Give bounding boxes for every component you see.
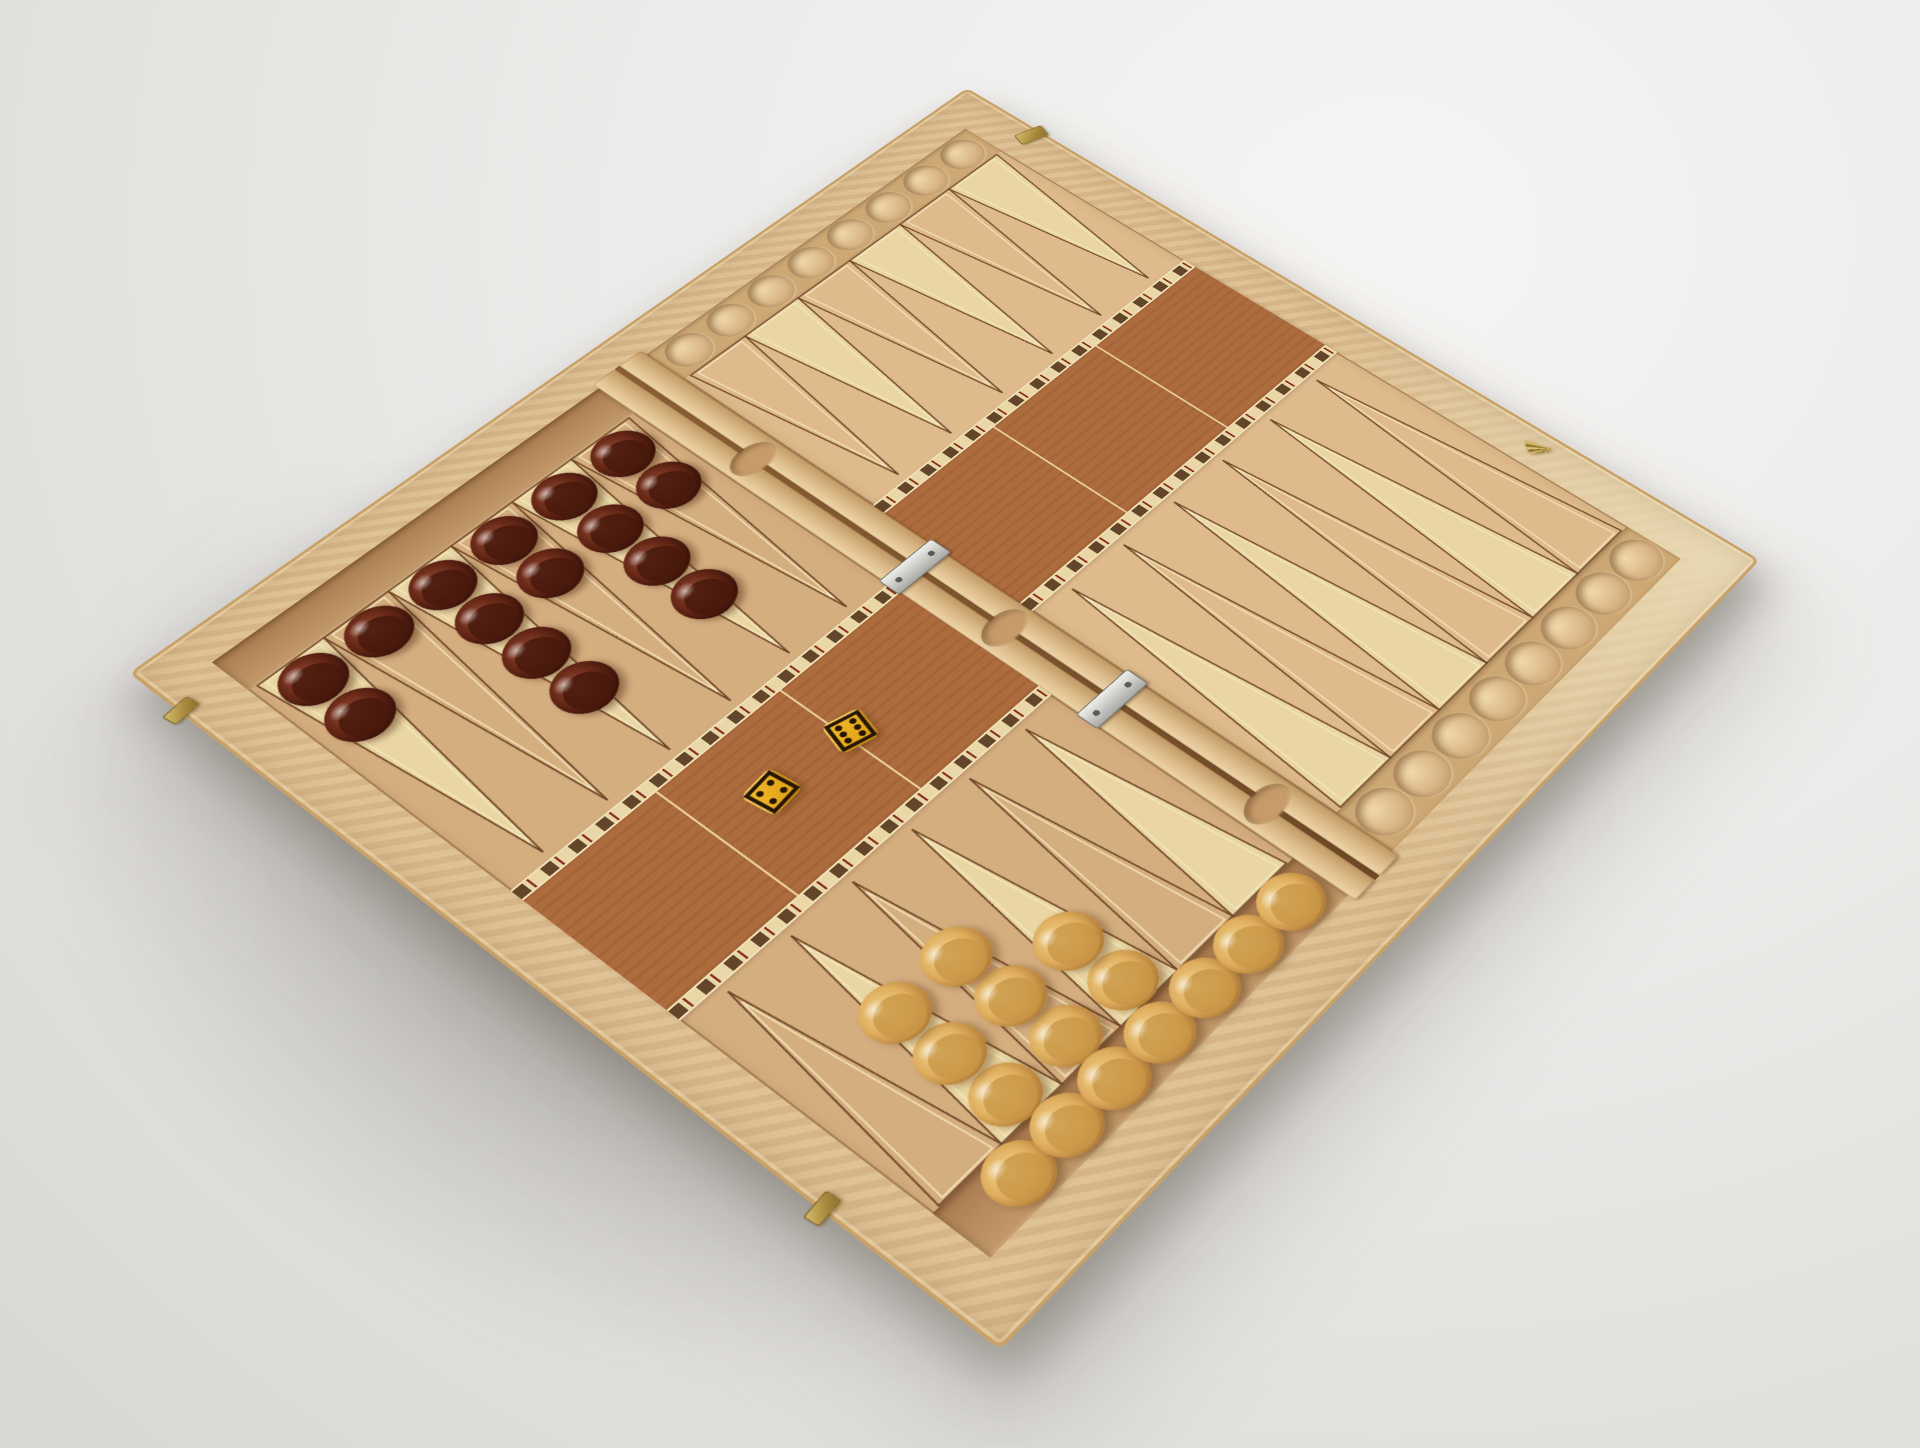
backgammon-point[interactable] (745, 298, 977, 454)
backgammon-point[interactable] (949, 155, 1172, 297)
fan-latch-right-icon[interactable] (1520, 421, 1574, 454)
clasp-top-right-icon[interactable] (1014, 125, 1049, 145)
photo-backdrop: ●●●●●●●●●●●●●●●●●●●●●●●●●●●●●●⚃⚅ (0, 0, 1920, 1448)
backgammon-point[interactable] (850, 224, 1077, 373)
